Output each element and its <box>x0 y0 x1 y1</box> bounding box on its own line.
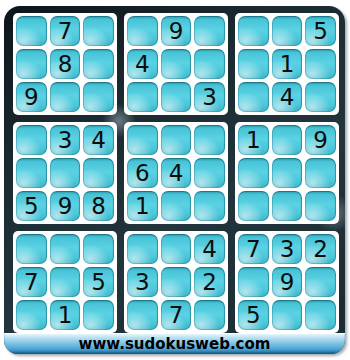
cell-r1c9[interactable]: 5 <box>305 16 336 46</box>
cell-r7c8[interactable]: 3 <box>272 234 303 264</box>
cell-r5c4[interactable]: 6 <box>127 158 158 188</box>
cell-r2c7[interactable] <box>238 49 269 79</box>
cell-r6c1[interactable]: 5 <box>16 191 47 221</box>
box-1-2: 943 <box>124 13 228 115</box>
cell-r6c3[interactable]: 8 <box>83 191 114 221</box>
cell-r7c1[interactable] <box>16 234 47 264</box>
cell-r9c4[interactable] <box>127 300 158 330</box>
cell-r7c5[interactable] <box>161 234 192 264</box>
page: { "game": "sudoku", "grid_size": "9x9", … <box>0 0 350 360</box>
cell-r9c1[interactable] <box>16 300 47 330</box>
cell-r2c1[interactable] <box>16 49 47 79</box>
cell-r6c8[interactable] <box>272 191 303 221</box>
cell-r1c4[interactable] <box>127 16 158 46</box>
box-2-3: 19 <box>235 122 339 224</box>
cell-r1c1[interactable] <box>16 16 47 46</box>
site-url[interactable]: www.sudokusweb.com <box>79 335 271 353</box>
cell-r3c3[interactable] <box>83 82 114 112</box>
footer-bar: www.sudokusweb.com <box>4 333 345 354</box>
cell-r4c3[interactable]: 4 <box>83 125 114 155</box>
box-3-3: 73295 <box>235 231 339 333</box>
box-2-2: 641 <box>124 122 228 224</box>
cell-r3c9[interactable] <box>305 82 336 112</box>
cell-r9c6[interactable] <box>194 300 225 330</box>
cell-r6c6[interactable] <box>194 191 225 221</box>
cell-r8c8[interactable]: 9 <box>272 267 303 297</box>
cell-r6c2[interactable]: 9 <box>50 191 81 221</box>
cell-r8c7[interactable] <box>238 267 269 297</box>
cell-r2c6[interactable] <box>194 49 225 79</box>
cell-r4c5[interactable] <box>161 125 192 155</box>
sudoku-grid: 7899435143459864119751432773295 <box>4 6 345 333</box>
cell-r2c3[interactable] <box>83 49 114 79</box>
cell-r9c5[interactable]: 7 <box>161 300 192 330</box>
cell-r6c5[interactable] <box>161 191 192 221</box>
cell-r9c3[interactable] <box>83 300 114 330</box>
cell-r9c7[interactable]: 5 <box>238 300 269 330</box>
cell-r4c2[interactable]: 3 <box>50 125 81 155</box>
cell-r4c9[interactable]: 9 <box>305 125 336 155</box>
cell-r8c5[interactable] <box>161 267 192 297</box>
cell-r5c6[interactable] <box>194 158 225 188</box>
cell-r5c2[interactable] <box>50 158 81 188</box>
cell-r5c8[interactable] <box>272 158 303 188</box>
cell-r4c1[interactable] <box>16 125 47 155</box>
cell-r7c7[interactable]: 7 <box>238 234 269 264</box>
cell-r5c9[interactable] <box>305 158 336 188</box>
cell-r8c9[interactable] <box>305 267 336 297</box>
cell-r1c3[interactable] <box>83 16 114 46</box>
box-2-1: 34598 <box>13 122 117 224</box>
cell-r7c3[interactable] <box>83 234 114 264</box>
cell-r4c8[interactable] <box>272 125 303 155</box>
box-1-3: 514 <box>235 13 339 115</box>
cell-r7c6[interactable]: 4 <box>194 234 225 264</box>
cell-r5c3[interactable] <box>83 158 114 188</box>
box-3-1: 751 <box>13 231 117 333</box>
cell-r7c2[interactable] <box>50 234 81 264</box>
cell-r8c3[interactable]: 5 <box>83 267 114 297</box>
cell-r1c2[interactable]: 7 <box>50 16 81 46</box>
cell-r1c5[interactable]: 9 <box>161 16 192 46</box>
box-3-2: 4327 <box>124 231 228 333</box>
sudoku-board: 7899435143459864119751432773295 www.sudo… <box>4 6 345 354</box>
cell-r5c7[interactable] <box>238 158 269 188</box>
cell-r2c9[interactable] <box>305 49 336 79</box>
box-1-1: 789 <box>13 13 117 115</box>
cell-r4c6[interactable] <box>194 125 225 155</box>
cell-r5c5[interactable]: 4 <box>161 158 192 188</box>
cell-r1c6[interactable] <box>194 16 225 46</box>
cell-r1c7[interactable] <box>238 16 269 46</box>
cell-r3c2[interactable] <box>50 82 81 112</box>
cell-r3c5[interactable] <box>161 82 192 112</box>
cell-r4c4[interactable] <box>127 125 158 155</box>
cell-r2c5[interactable] <box>161 49 192 79</box>
cell-r2c8[interactable]: 1 <box>272 49 303 79</box>
cell-r3c7[interactable] <box>238 82 269 112</box>
cell-r6c7[interactable] <box>238 191 269 221</box>
cell-r2c4[interactable]: 4 <box>127 49 158 79</box>
cell-r9c2[interactable]: 1 <box>50 300 81 330</box>
cell-r2c2[interactable]: 8 <box>50 49 81 79</box>
cell-r3c4[interactable] <box>127 82 158 112</box>
cell-r9c8[interactable] <box>272 300 303 330</box>
cell-r8c2[interactable] <box>50 267 81 297</box>
cell-r4c7[interactable]: 1 <box>238 125 269 155</box>
cell-r3c6[interactable]: 3 <box>194 82 225 112</box>
cell-r8c4[interactable]: 3 <box>127 267 158 297</box>
cell-r6c4[interactable]: 1 <box>127 191 158 221</box>
cell-r9c9[interactable] <box>305 300 336 330</box>
cell-r3c1[interactable]: 9 <box>16 82 47 112</box>
cell-r1c8[interactable] <box>272 16 303 46</box>
cell-r8c6[interactable]: 2 <box>194 267 225 297</box>
cell-r7c4[interactable] <box>127 234 158 264</box>
cell-r5c1[interactable] <box>16 158 47 188</box>
cell-r3c8[interactable]: 4 <box>272 82 303 112</box>
cell-r8c1[interactable]: 7 <box>16 267 47 297</box>
cell-r6c9[interactable] <box>305 191 336 221</box>
cell-r7c9[interactable]: 2 <box>305 234 336 264</box>
